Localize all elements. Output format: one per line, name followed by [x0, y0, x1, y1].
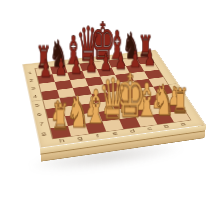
dark-red-pawn: ♟: [70, 54, 82, 78]
dark-red-pawn: ♟: [144, 47, 156, 70]
photo-scene: hgfedcba 12345678 ♜♞♝♛♚♝♞♜♟♟♟♟♟♟♟♟♟♟♟♟♟♟…: [0, 0, 209, 209]
chess-board-box: hgfedcba 12345678 ♜♞♝♛♚♝♞♜♟♟♟♟♟♟♟♟♟♟♟♟♟♟…: [22, 50, 206, 149]
dark-red-pawn: ♟: [40, 58, 52, 82]
product-photo: hgfedcba 12345678 ♜♞♝♛♚♝♞♜♟♟♟♟♟♟♟♟♟♟♟♟♟♟…: [0, 0, 209, 209]
dark-red-pawn: ♟: [55, 56, 67, 80]
light-wood-rook: ♜: [51, 100, 69, 136]
light-wood-knight: ♞: [67, 90, 89, 134]
dark-red-pawn: ♟: [85, 53, 97, 77]
